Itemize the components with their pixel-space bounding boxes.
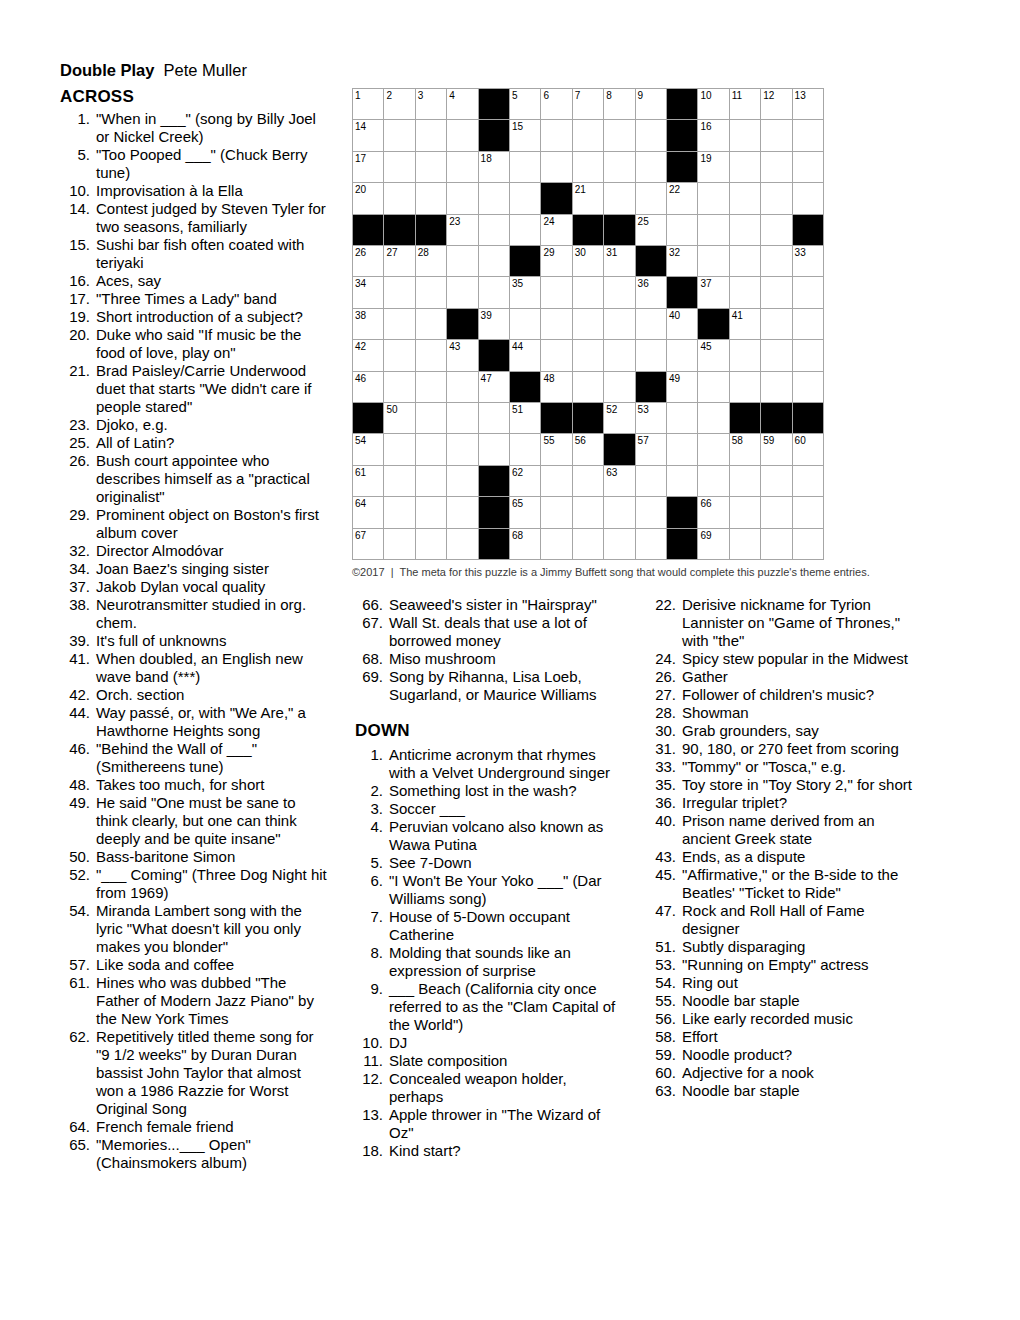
grid-cell[interactable]: 34 xyxy=(353,277,383,307)
grid-cell[interactable]: 29 xyxy=(541,246,571,276)
grid-cell[interactable]: 65 xyxy=(510,497,540,527)
grid-cell[interactable]: 66 xyxy=(698,497,728,527)
grid-cell[interactable] xyxy=(667,340,697,370)
cell-number: 30 xyxy=(575,247,586,258)
grid-cell[interactable] xyxy=(479,246,509,276)
grid-cell[interactable] xyxy=(573,466,603,496)
clue-item: 21.Brad Paisley/Carrie Underwood duet th… xyxy=(60,362,330,416)
down-heading: DOWN xyxy=(355,720,624,742)
across-heading: ACROSS xyxy=(60,86,330,108)
grid-cell[interactable]: 13 xyxy=(793,89,823,119)
grid-cell[interactable] xyxy=(604,497,634,527)
grid-cell[interactable]: 31 xyxy=(604,246,634,276)
grid-cell[interactable] xyxy=(447,434,477,464)
cell-number: 52 xyxy=(606,404,617,415)
grid-cell[interactable]: 63 xyxy=(604,466,634,496)
grid-cell[interactable] xyxy=(447,466,477,496)
grid-cell[interactable] xyxy=(761,152,791,182)
clue-number: 44. xyxy=(60,704,90,740)
grid-cell[interactable] xyxy=(479,403,509,433)
grid-cell[interactable] xyxy=(541,497,571,527)
cell-number: 55 xyxy=(543,435,554,446)
grid-cell[interactable]: 58 xyxy=(730,434,760,464)
grid-cell[interactable] xyxy=(793,466,823,496)
clue-item: 33."Tommy" or "Tosca," e.g. xyxy=(648,758,923,776)
grid-cell[interactable] xyxy=(698,183,728,213)
grid-cell[interactable] xyxy=(636,529,666,559)
clue-item: 11.Slate composition xyxy=(355,1052,624,1070)
grid-cell[interactable] xyxy=(636,309,666,339)
grid-cell[interactable] xyxy=(416,183,446,213)
grid-cell[interactable] xyxy=(761,120,791,150)
grid-cell[interactable]: 36 xyxy=(636,277,666,307)
clue-number: 55. xyxy=(648,992,676,1010)
cell-number: 25 xyxy=(638,216,649,227)
clue-item: 62.Repetitively titled theme song for "9… xyxy=(60,1028,330,1118)
grid-cell[interactable] xyxy=(384,183,414,213)
cell-number: 7 xyxy=(575,90,581,101)
grid-cell[interactable]: 61 xyxy=(353,466,383,496)
grid-cell[interactable]: 64 xyxy=(353,497,383,527)
grid-cell[interactable]: 60 xyxy=(793,434,823,464)
grid-cell[interactable] xyxy=(698,403,728,433)
clue-number: 17. xyxy=(60,290,90,308)
grid-cell[interactable] xyxy=(384,152,414,182)
clue-text: Bass-baritone Simon xyxy=(96,848,329,866)
grid-cell[interactable] xyxy=(384,340,414,370)
grid-cell-black xyxy=(667,497,697,527)
grid-cell[interactable]: 6 xyxy=(541,89,571,119)
clue-number: 43. xyxy=(648,848,676,866)
grid-cell[interactable] xyxy=(510,434,540,464)
grid-cell[interactable] xyxy=(761,246,791,276)
grid-cell[interactable]: 25 xyxy=(636,215,666,245)
grid-cell[interactable] xyxy=(730,152,760,182)
grid-cell[interactable]: 52 xyxy=(604,403,634,433)
grid-cell[interactable] xyxy=(416,403,446,433)
clue-number: 20. xyxy=(60,326,90,362)
grid-cell[interactable] xyxy=(447,277,477,307)
grid-cell[interactable] xyxy=(573,277,603,307)
clue-number: 52. xyxy=(60,866,90,902)
clue-number: 37. xyxy=(60,578,90,596)
grid-cell[interactable] xyxy=(604,340,634,370)
grid-cell[interactable] xyxy=(416,372,446,402)
grid-cell[interactable] xyxy=(761,340,791,370)
grid-cell[interactable] xyxy=(667,466,697,496)
clue-text: Like early recorded music xyxy=(682,1010,922,1028)
grid-cell[interactable] xyxy=(416,152,446,182)
clue-text: He said "One must be sane to think clear… xyxy=(96,794,329,848)
grid-cell[interactable]: 19 xyxy=(698,152,728,182)
clue-number: 54. xyxy=(60,902,90,956)
clue-text: "Memories...___ Open" (Chainsmokers albu… xyxy=(96,1136,329,1172)
grid-cell[interactable] xyxy=(698,434,728,464)
clue-number: 26. xyxy=(648,668,676,686)
grid-cell[interactable]: 62 xyxy=(510,466,540,496)
grid-cell[interactable] xyxy=(636,466,666,496)
grid-cell[interactable] xyxy=(384,309,414,339)
clue-number: 18. xyxy=(355,1142,383,1160)
grid-cell[interactable] xyxy=(698,215,728,245)
grid-cell-black xyxy=(667,152,697,182)
grid-cell[interactable]: 67 xyxy=(353,529,383,559)
grid-cell[interactable] xyxy=(761,372,791,402)
grid-cell[interactable] xyxy=(573,309,603,339)
grid-cell[interactable]: 48 xyxy=(541,372,571,402)
clue-number: 10. xyxy=(60,182,90,200)
grid-cell[interactable] xyxy=(667,403,697,433)
clue-number: 34. xyxy=(60,560,90,578)
grid-cell[interactable]: 38 xyxy=(353,309,383,339)
grid-cell[interactable] xyxy=(667,434,697,464)
grid-cell[interactable]: 3 xyxy=(416,89,446,119)
grid-cell[interactable] xyxy=(636,183,666,213)
grid-cell[interactable] xyxy=(793,529,823,559)
cell-number: 43 xyxy=(449,341,460,352)
grid-cell[interactable]: 57 xyxy=(636,434,666,464)
cell-number: 40 xyxy=(669,310,680,321)
cell-number: 23 xyxy=(449,216,460,227)
clue-text: Aces, say xyxy=(96,272,329,290)
grid-cell[interactable]: 27 xyxy=(384,246,414,276)
grid-cell[interactable] xyxy=(416,466,446,496)
grid-cell[interactable] xyxy=(636,120,666,150)
cell-number: 27 xyxy=(386,247,397,258)
grid-cell[interactable] xyxy=(604,152,634,182)
grid-cell[interactable]: 2 xyxy=(384,89,414,119)
grid-cell[interactable] xyxy=(447,372,477,402)
cell-number: 3 xyxy=(418,90,424,101)
clue-item: 20.Duke who said "If music be the food o… xyxy=(60,326,330,362)
grid-cell[interactable]: 35 xyxy=(510,277,540,307)
grid-cell[interactable]: 10 xyxy=(698,89,728,119)
grid-cell[interactable]: 4 xyxy=(447,89,477,119)
grid-cell[interactable] xyxy=(761,466,791,496)
clue-item: 38.Neurotransmitter studied in org. chem… xyxy=(60,596,330,632)
clue-text: "___ Coming" (Three Dog Night hit from 1… xyxy=(96,866,329,902)
grid-cell[interactable]: 11 xyxy=(730,89,760,119)
grid-cell[interactable]: 44 xyxy=(510,340,540,370)
grid-cell[interactable]: 21 xyxy=(573,183,603,213)
cell-number: 39 xyxy=(481,310,492,321)
grid-cell[interactable] xyxy=(730,497,760,527)
grid-cell-black xyxy=(479,340,509,370)
cell-number: 56 xyxy=(575,435,586,446)
grid-cell[interactable] xyxy=(573,529,603,559)
clue-item: 5."Too Pooped ___" (Chuck Berry tune) xyxy=(60,146,330,182)
grid-cell[interactable]: 8 xyxy=(604,89,634,119)
grid-cell[interactable] xyxy=(667,215,697,245)
grid-cell[interactable] xyxy=(416,120,446,150)
cell-number: 61 xyxy=(355,467,366,478)
grid-cell[interactable] xyxy=(573,340,603,370)
clue-item: 7.House of 5-Down occupant Catherine xyxy=(355,908,624,944)
grid-cell[interactable]: 32 xyxy=(667,246,697,276)
clue-number: 45. xyxy=(648,866,676,902)
grid-cell[interactable] xyxy=(541,529,571,559)
grid-cell[interactable] xyxy=(573,497,603,527)
grid-cell[interactable]: 5 xyxy=(510,89,540,119)
grid-cell[interactable] xyxy=(793,497,823,527)
grid-cell[interactable] xyxy=(761,277,791,307)
grid-cell[interactable] xyxy=(416,309,446,339)
grid-cell[interactable] xyxy=(698,246,728,276)
grid-cell[interactable] xyxy=(479,215,509,245)
grid-cell[interactable] xyxy=(761,497,791,527)
puzzle-title: Double Play xyxy=(60,61,154,79)
grid-cell[interactable] xyxy=(761,215,791,245)
grid-cell[interactable] xyxy=(541,120,571,150)
grid-cell[interactable]: 69 xyxy=(698,529,728,559)
clue-text: Miranda Lambert song with the lyric "Wha… xyxy=(96,902,329,956)
grid-cell[interactable] xyxy=(761,183,791,213)
grid-cell[interactable]: 56 xyxy=(573,434,603,464)
clue-item: 41.When doubled, an English new wave ban… xyxy=(60,650,330,686)
grid-cell[interactable] xyxy=(730,183,760,213)
clue-item: 17."Three Times a Lady" band xyxy=(60,290,330,308)
clue-column-right: 22.Derisive nickname for Tyrion Lanniste… xyxy=(648,596,923,1100)
grid-cell[interactable]: 43 xyxy=(447,340,477,370)
grid-cell[interactable]: 39 xyxy=(479,309,509,339)
grid-cell[interactable] xyxy=(384,277,414,307)
grid-cell[interactable]: 50 xyxy=(384,403,414,433)
grid-cell[interactable] xyxy=(384,120,414,150)
grid-cell[interactable]: 15 xyxy=(510,120,540,150)
grid-cell[interactable] xyxy=(416,434,446,464)
grid-cell-black xyxy=(479,466,509,496)
grid-cell[interactable] xyxy=(761,529,791,559)
grid-cell[interactable]: 51 xyxy=(510,403,540,433)
grid-cell[interactable] xyxy=(573,152,603,182)
clue-item: 48.Takes too much, for short xyxy=(60,776,330,794)
clue-text: Anticrime acronym that rhymes with a Vel… xyxy=(389,746,623,782)
clue-item: 55.Noodle bar staple xyxy=(648,992,923,1010)
grid-cell[interactable] xyxy=(447,183,477,213)
grid-cell[interactable]: 33 xyxy=(793,246,823,276)
grid-cell[interactable] xyxy=(793,120,823,150)
grid-cell[interactable] xyxy=(479,183,509,213)
grid-cell[interactable]: 1 xyxy=(353,89,383,119)
grid-cell[interactable] xyxy=(730,277,760,307)
grid-cell[interactable] xyxy=(479,434,509,464)
clue-number: 21. xyxy=(60,362,90,416)
clue-number: 23. xyxy=(60,416,90,434)
clue-text: Showman xyxy=(682,704,922,722)
grid-cell[interactable]: 22 xyxy=(667,183,697,213)
grid-cell[interactable]: 30 xyxy=(573,246,603,276)
grid-cell[interactable] xyxy=(604,309,634,339)
cell-number: 58 xyxy=(732,435,743,446)
grid-cell[interactable] xyxy=(793,152,823,182)
grid-cell[interactable]: 26 xyxy=(353,246,383,276)
clue-number: 5. xyxy=(60,146,90,182)
grid-cell[interactable] xyxy=(636,152,666,182)
cell-number: 29 xyxy=(543,247,554,258)
grid-cell[interactable] xyxy=(447,497,477,527)
grid-cell[interactable] xyxy=(447,403,477,433)
grid-cell[interactable] xyxy=(573,372,603,402)
grid-cell[interactable]: 16 xyxy=(698,120,728,150)
grid-cell[interactable]: 7 xyxy=(573,89,603,119)
cell-number: 22 xyxy=(669,184,680,195)
grid-cell[interactable] xyxy=(447,529,477,559)
clue-text: Something lost in the wash? xyxy=(389,782,623,800)
grid-cell[interactable] xyxy=(447,246,477,276)
clue-number: 49. xyxy=(60,794,90,848)
grid-cell[interactable] xyxy=(761,309,791,339)
grid-cell[interactable]: 17 xyxy=(353,152,383,182)
grid-cell[interactable]: 42 xyxy=(353,340,383,370)
grid-cell[interactable] xyxy=(604,120,634,150)
clue-number: 62. xyxy=(60,1028,90,1118)
grid-cell[interactable]: 45 xyxy=(698,340,728,370)
grid-cell[interactable]: 54 xyxy=(353,434,383,464)
grid-cell[interactable]: 9 xyxy=(636,89,666,119)
grid-cell[interactable] xyxy=(384,466,414,496)
grid-cell-black xyxy=(541,183,571,213)
clue-text: When doubled, an English new wave band (… xyxy=(96,650,329,686)
clue-text: Ring out xyxy=(682,974,922,992)
cell-number: 68 xyxy=(512,530,523,541)
grid-cell[interactable]: 24 xyxy=(541,215,571,245)
grid-cell[interactable] xyxy=(416,529,446,559)
clue-item: 30.Grab grounders, say xyxy=(648,722,923,740)
grid-cell[interactable]: 20 xyxy=(353,183,383,213)
grid-cell[interactable]: 14 xyxy=(353,120,383,150)
grid-cell[interactable]: 18 xyxy=(479,152,509,182)
grid-cell[interactable] xyxy=(730,529,760,559)
grid-cell[interactable] xyxy=(730,372,760,402)
grid-cell[interactable] xyxy=(479,277,509,307)
grid-cell[interactable] xyxy=(384,372,414,402)
grid-cell[interactable] xyxy=(793,372,823,402)
grid-cell[interactable]: 37 xyxy=(698,277,728,307)
cell-number: 44 xyxy=(512,341,523,352)
cell-number: 32 xyxy=(669,247,680,258)
grid-cell[interactable] xyxy=(384,434,414,464)
grid-cell[interactable] xyxy=(510,152,540,182)
grid-cell[interactable]: 12 xyxy=(761,89,791,119)
clue-number: 69. xyxy=(355,668,383,704)
grid-cell[interactable]: 28 xyxy=(416,246,446,276)
cell-number: 36 xyxy=(638,278,649,289)
grid-cell[interactable] xyxy=(636,497,666,527)
clue-item: 23.Djoko, e.g. xyxy=(60,416,330,434)
clue-number: 41. xyxy=(60,650,90,686)
clue-item: 54.Ring out xyxy=(648,974,923,992)
grid-cell[interactable]: 53 xyxy=(636,403,666,433)
grid-cell[interactable] xyxy=(416,497,446,527)
clue-text: Miso mushroom xyxy=(389,650,623,668)
cell-number: 5 xyxy=(512,90,518,101)
grid-cell[interactable] xyxy=(541,466,571,496)
clue-number: 6. xyxy=(355,872,383,908)
grid-cell[interactable] xyxy=(573,120,603,150)
grid-cell[interactable] xyxy=(793,309,823,339)
clue-item: 43.Ends, as a dispute xyxy=(648,848,923,866)
clue-number: 27. xyxy=(648,686,676,704)
grid-cell[interactable] xyxy=(384,529,414,559)
cell-number: 60 xyxy=(795,435,806,446)
clue-item: 50.Bass-baritone Simon xyxy=(60,848,330,866)
grid-cell[interactable] xyxy=(604,372,634,402)
clue-number: 64. xyxy=(60,1118,90,1136)
grid-cell[interactable] xyxy=(698,466,728,496)
grid-cell[interactable] xyxy=(604,529,634,559)
clue-text: Repetitively titled theme song for "9 1/… xyxy=(96,1028,329,1118)
grid-cell[interactable]: 23 xyxy=(447,215,477,245)
clue-item: 37.Jakob Dylan vocal quality xyxy=(60,578,330,596)
clue-item: 1."When in ___" (song by Billy Joel or N… xyxy=(60,110,330,146)
clue-text: Improvisation à la Ella xyxy=(96,182,329,200)
cell-number: 64 xyxy=(355,498,366,509)
grid-cell[interactable] xyxy=(793,340,823,370)
grid-cell[interactable] xyxy=(541,277,571,307)
grid-cell[interactable] xyxy=(541,340,571,370)
grid-cell-black xyxy=(541,403,571,433)
grid-cell[interactable] xyxy=(447,152,477,182)
clue-text: "Running on Empty" actress xyxy=(682,956,922,974)
across-clue-list: 1."When in ___" (song by Billy Joel or N… xyxy=(60,110,330,1172)
grid-cell[interactable]: 49 xyxy=(667,372,697,402)
grid-cell[interactable]: 46 xyxy=(353,372,383,402)
grid-cell[interactable]: 40 xyxy=(667,309,697,339)
puzzle-author: Pete Muller xyxy=(163,61,246,79)
grid-cell[interactable] xyxy=(604,277,634,307)
grid-cell[interactable] xyxy=(510,309,540,339)
grid-cell[interactable] xyxy=(730,340,760,370)
cell-number: 14 xyxy=(355,121,366,132)
grid-cell[interactable] xyxy=(730,246,760,276)
grid-cell[interactable] xyxy=(793,277,823,307)
grid-cell[interactable] xyxy=(698,372,728,402)
clue-text: Soccer ___ xyxy=(389,800,623,818)
clue-text: Effort xyxy=(682,1028,922,1046)
grid-cell[interactable] xyxy=(510,215,540,245)
clue-number: 7. xyxy=(355,908,383,944)
cell-number: 18 xyxy=(481,153,492,164)
grid-cell[interactable]: 55 xyxy=(541,434,571,464)
clue-item: 10.Improvisation à la Ella xyxy=(60,182,330,200)
clue-text: 90, 180, or 270 feet from scoring xyxy=(682,740,922,758)
grid-cell[interactable] xyxy=(541,309,571,339)
grid-cell[interactable] xyxy=(730,120,760,150)
grid-cell[interactable] xyxy=(636,340,666,370)
clue-text: French female friend xyxy=(96,1118,329,1136)
grid-cell[interactable] xyxy=(384,497,414,527)
grid-cell[interactable]: 68 xyxy=(510,529,540,559)
clue-text: Adjective for a nook xyxy=(682,1064,922,1082)
grid-cell[interactable]: 47 xyxy=(479,372,509,402)
grid-cell[interactable] xyxy=(447,120,477,150)
cell-number: 53 xyxy=(638,404,649,415)
grid-cell[interactable] xyxy=(510,183,540,213)
clue-item: 25.All of Latin? xyxy=(60,434,330,452)
grid-cell[interactable] xyxy=(416,340,446,370)
grid-cell[interactable] xyxy=(793,183,823,213)
grid-cell[interactable] xyxy=(541,152,571,182)
grid-cell[interactable] xyxy=(730,215,760,245)
clue-item: 28.Showman xyxy=(648,704,923,722)
grid-cell[interactable]: 59 xyxy=(761,434,791,464)
grid-cell[interactable] xyxy=(730,466,760,496)
grid-cell[interactable] xyxy=(604,183,634,213)
clue-text: "Too Pooped ___" (Chuck Berry tune) xyxy=(96,146,329,182)
grid-cell[interactable]: 41 xyxy=(730,309,760,339)
grid-cell[interactable] xyxy=(416,277,446,307)
clue-number: 39. xyxy=(60,632,90,650)
